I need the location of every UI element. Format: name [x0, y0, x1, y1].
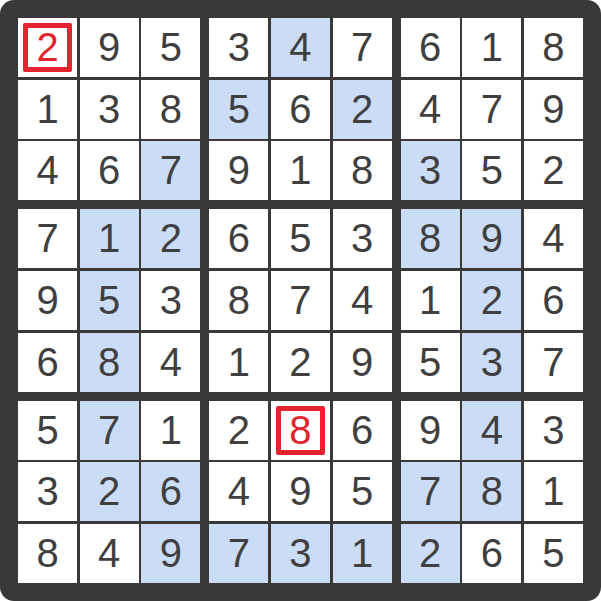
cell-r9c3[interactable]: 9 [141, 524, 200, 583]
cell-value: 6 [36, 340, 58, 385]
cell-value: 3 [351, 216, 373, 261]
cell-value: 5 [481, 148, 503, 193]
cell-value: 1 [351, 531, 373, 576]
cell-value: 7 [36, 216, 58, 261]
cell-value: 5 [289, 216, 311, 261]
cell-value: 2 [36, 25, 58, 70]
cell-r4c8[interactable]: 9 [462, 209, 521, 268]
cell-value: 8 [160, 87, 182, 132]
cell-r1c2[interactable]: 9 [80, 18, 139, 77]
cell-value: 9 [228, 148, 250, 193]
cell-r9c8[interactable]: 6 [462, 524, 521, 583]
cell-r2c5[interactable]: 6 [271, 80, 330, 139]
cell-value: 3 [419, 148, 441, 193]
cell-r3c4[interactable]: 9 [209, 141, 268, 200]
cell-r8c2[interactable]: 2 [80, 462, 139, 521]
cell-value: 1 [228, 340, 250, 385]
cell-r3c5[interactable]: 1 [271, 141, 330, 200]
cell-value: 7 [419, 469, 441, 514]
cell-r9c6[interactable]: 1 [333, 524, 392, 583]
cell-value: 4 [542, 216, 564, 261]
cell-value: 4 [160, 340, 182, 385]
cell-value: 4 [419, 87, 441, 132]
cell-value: 5 [228, 87, 250, 132]
cell-r8c8[interactable]: 8 [462, 462, 521, 521]
cell-value: 2 [160, 216, 182, 261]
cell-r1c3[interactable]: 5 [141, 18, 200, 77]
cell-r2c2[interactable]: 3 [80, 80, 139, 139]
cell-r7c8[interactable]: 4 [462, 401, 521, 460]
cell-r6c7[interactable]: 5 [401, 333, 460, 392]
cell-r5c8[interactable]: 2 [462, 271, 521, 330]
cell-r1c4[interactable]: 3 [209, 18, 268, 77]
cell-r7c9[interactable]: 3 [524, 401, 583, 460]
cell-r1c8[interactable]: 1 [462, 18, 521, 77]
cell-r4c2[interactable]: 1 [80, 209, 139, 268]
cell-value: 8 [98, 340, 120, 385]
cell-value: 8 [289, 408, 311, 453]
box-3-3: 943781265 [401, 401, 583, 583]
cell-value: 2 [98, 469, 120, 514]
cell-r1c5[interactable]: 4 [271, 18, 330, 77]
cell-value: 7 [351, 25, 373, 70]
cell-value: 9 [36, 278, 58, 323]
cell-r2c8[interactable]: 7 [462, 80, 521, 139]
cell-value: 5 [160, 25, 182, 70]
cell-value: 7 [228, 531, 250, 576]
cell-value: 6 [160, 469, 182, 514]
cell-r6c3[interactable]: 4 [141, 333, 200, 392]
cell-value: 3 [160, 278, 182, 323]
cell-r6c4[interactable]: 1 [209, 333, 268, 392]
cell-r4c9[interactable]: 4 [524, 209, 583, 268]
cell-r4c7[interactable]: 8 [401, 209, 460, 268]
cell-value: 8 [228, 278, 250, 323]
cell-value: 4 [289, 25, 311, 70]
cell-r9c2[interactable]: 4 [80, 524, 139, 583]
cell-r5c6[interactable]: 4 [333, 271, 392, 330]
cell-r8c5[interactable]: 9 [271, 462, 330, 521]
cell-r1c9[interactable]: 8 [524, 18, 583, 77]
cell-value: 3 [481, 340, 503, 385]
cell-value: 1 [419, 278, 441, 323]
cell-value: 9 [98, 25, 120, 70]
cell-value: 4 [228, 469, 250, 514]
cell-value: 7 [160, 148, 182, 193]
cell-value: 8 [419, 216, 441, 261]
cell-value: 3 [228, 25, 250, 70]
cell-r6c6[interactable]: 9 [333, 333, 392, 392]
cell-r5c9[interactable]: 6 [524, 271, 583, 330]
cell-r6c5[interactable]: 2 [271, 333, 330, 392]
cell-value: 3 [542, 408, 564, 453]
cell-value: 2 [419, 531, 441, 576]
cell-r5c5[interactable]: 7 [271, 271, 330, 330]
cell-r2c6[interactable]: 2 [333, 80, 392, 139]
box-1-2: 347562918 [209, 18, 391, 200]
cell-r2c7[interactable]: 4 [401, 80, 460, 139]
cell-r2c3[interactable]: 8 [141, 80, 200, 139]
sudoku-grid: 2951384673475629186184793527129536846538… [18, 18, 583, 583]
cell-r2c4[interactable]: 5 [209, 80, 268, 139]
cell-r3c1[interactable]: 4 [18, 141, 77, 200]
box-2-2: 653874129 [209, 209, 391, 391]
cell-r2c1[interactable]: 1 [18, 80, 77, 139]
cell-r7c6[interactable]: 6 [333, 401, 392, 460]
cell-r1c1[interactable]: 2 [18, 18, 77, 77]
cell-r8c9[interactable]: 1 [524, 462, 583, 521]
cell-r4c5[interactable]: 5 [271, 209, 330, 268]
cell-r6c8[interactable]: 3 [462, 333, 521, 392]
cell-r9c9[interactable]: 5 [524, 524, 583, 583]
cell-value: 8 [351, 148, 373, 193]
cell-r7c1[interactable]: 5 [18, 401, 77, 460]
cell-value: 5 [351, 469, 373, 514]
cell-r3c3[interactable]: 7 [141, 141, 200, 200]
cell-value: 4 [36, 148, 58, 193]
cell-value: 6 [289, 87, 311, 132]
cell-value: 2 [289, 340, 311, 385]
cell-value: 8 [542, 25, 564, 70]
cell-value: 1 [36, 87, 58, 132]
cell-value: 7 [98, 408, 120, 453]
cell-r5c3[interactable]: 3 [141, 271, 200, 330]
box-2-1: 712953684 [18, 209, 200, 391]
cell-r3c9[interactable]: 2 [524, 141, 583, 200]
cell-r2c9[interactable]: 9 [524, 80, 583, 139]
cell-r7c4[interactable]: 2 [209, 401, 268, 460]
cell-r9c1[interactable]: 8 [18, 524, 77, 583]
cell-value: 9 [419, 408, 441, 453]
cell-r8c4[interactable]: 4 [209, 462, 268, 521]
cell-r7c3[interactable]: 1 [141, 401, 200, 460]
cell-r6c2[interactable]: 8 [80, 333, 139, 392]
cell-r3c6[interactable]: 8 [333, 141, 392, 200]
cell-value: 6 [542, 278, 564, 323]
cell-r5c7[interactable]: 1 [401, 271, 460, 330]
cell-r8c1[interactable]: 3 [18, 462, 77, 521]
red-highlight-frame: 8 [276, 406, 325, 455]
cell-r7c7[interactable]: 9 [401, 401, 460, 460]
cell-r9c5[interactable]: 3 [271, 524, 330, 583]
cell-r6c1[interactable]: 6 [18, 333, 77, 392]
box-1-1: 295138467 [18, 18, 200, 200]
cell-value: 1 [481, 25, 503, 70]
cell-r1c6[interactable]: 7 [333, 18, 392, 77]
cell-r3c7[interactable]: 3 [401, 141, 460, 200]
cell-r4c6[interactable]: 3 [333, 209, 392, 268]
cell-r5c4[interactable]: 8 [209, 271, 268, 330]
cell-value: 9 [481, 216, 503, 261]
cell-value: 7 [481, 87, 503, 132]
cell-value: 5 [419, 340, 441, 385]
red-highlight-frame: 2 [23, 23, 72, 72]
sudoku-board: 2951384673475629186184793527129536846538… [0, 0, 601, 601]
box-3-2: 286495731 [209, 401, 391, 583]
cell-r9c7[interactable]: 2 [401, 524, 460, 583]
cell-value: 9 [289, 469, 311, 514]
cell-r3c2[interactable]: 6 [80, 141, 139, 200]
cell-value: 3 [98, 87, 120, 132]
cell-value: 9 [542, 87, 564, 132]
cell-value: 5 [98, 278, 120, 323]
cell-value: 2 [542, 148, 564, 193]
cell-value: 6 [98, 148, 120, 193]
cell-r4c1[interactable]: 7 [18, 209, 77, 268]
cell-value: 1 [98, 216, 120, 261]
cell-r6c9[interactable]: 7 [524, 333, 583, 392]
cell-value: 2 [481, 278, 503, 323]
cell-r4c3[interactable]: 2 [141, 209, 200, 268]
cell-value: 6 [351, 408, 373, 453]
cell-value: 4 [351, 278, 373, 323]
cell-value: 8 [481, 469, 503, 514]
cell-value: 7 [542, 340, 564, 385]
cell-value: 3 [289, 531, 311, 576]
cell-value: 3 [36, 469, 58, 514]
cell-r4c4[interactable]: 6 [209, 209, 268, 268]
cell-r5c1[interactable]: 9 [18, 271, 77, 330]
cell-value: 1 [160, 408, 182, 453]
box-2-3: 894126537 [401, 209, 583, 391]
cell-value: 1 [289, 148, 311, 193]
cell-value: 9 [351, 340, 373, 385]
box-1-3: 618479352 [401, 18, 583, 200]
cell-value: 2 [228, 408, 250, 453]
cell-r7c5[interactable]: 8 [271, 401, 330, 460]
cell-r8c3[interactable]: 6 [141, 462, 200, 521]
cell-value: 7 [289, 278, 311, 323]
cell-value: 9 [160, 531, 182, 576]
cell-value: 1 [542, 469, 564, 514]
cell-r3c8[interactable]: 5 [462, 141, 521, 200]
cell-value: 5 [36, 408, 58, 453]
cell-r8c7[interactable]: 7 [401, 462, 460, 521]
cell-r5c2[interactable]: 5 [80, 271, 139, 330]
cell-r9c4[interactable]: 7 [209, 524, 268, 583]
cell-value: 8 [36, 531, 58, 576]
cell-value: 4 [481, 408, 503, 453]
cell-value: 6 [228, 216, 250, 261]
cell-value: 2 [351, 87, 373, 132]
cell-value: 6 [419, 25, 441, 70]
box-3-1: 571326849 [18, 401, 200, 583]
cell-r7c2[interactable]: 7 [80, 401, 139, 460]
cell-value: 6 [481, 531, 503, 576]
cell-r8c6[interactable]: 5 [333, 462, 392, 521]
cell-r1c7[interactable]: 6 [401, 18, 460, 77]
cell-value: 4 [98, 531, 120, 576]
cell-value: 5 [542, 531, 564, 576]
